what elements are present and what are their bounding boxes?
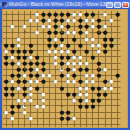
app-window: MultiGo - Black vs White (19x19) - Move … bbox=[0, 0, 130, 130]
title-bar[interactable]: MultiGo - Black vs White (19x19) - Move … bbox=[0, 0, 130, 9]
go-board: ●●●●●●●●●●●●●●●●●●●●●●●●●●●●●●●●●●●●●●●●… bbox=[2, 9, 128, 128]
maximize-button[interactable]: □ bbox=[114, 2, 121, 8]
close-button[interactable]: × bbox=[122, 2, 129, 8]
board-cell[interactable] bbox=[114, 121, 120, 127]
board-grid: ●●●●●●●●●●●●●●●●●●●●●●●●●●●●●●●●●●●●●●●●… bbox=[3, 11, 121, 127]
minimize-button[interactable]: – bbox=[106, 2, 113, 8]
window-controls: – □ × bbox=[106, 2, 129, 8]
window-title: MultiGo - Black vs White (19x19) - Move … bbox=[9, 0, 106, 9]
app-icon bbox=[2, 2, 7, 7]
